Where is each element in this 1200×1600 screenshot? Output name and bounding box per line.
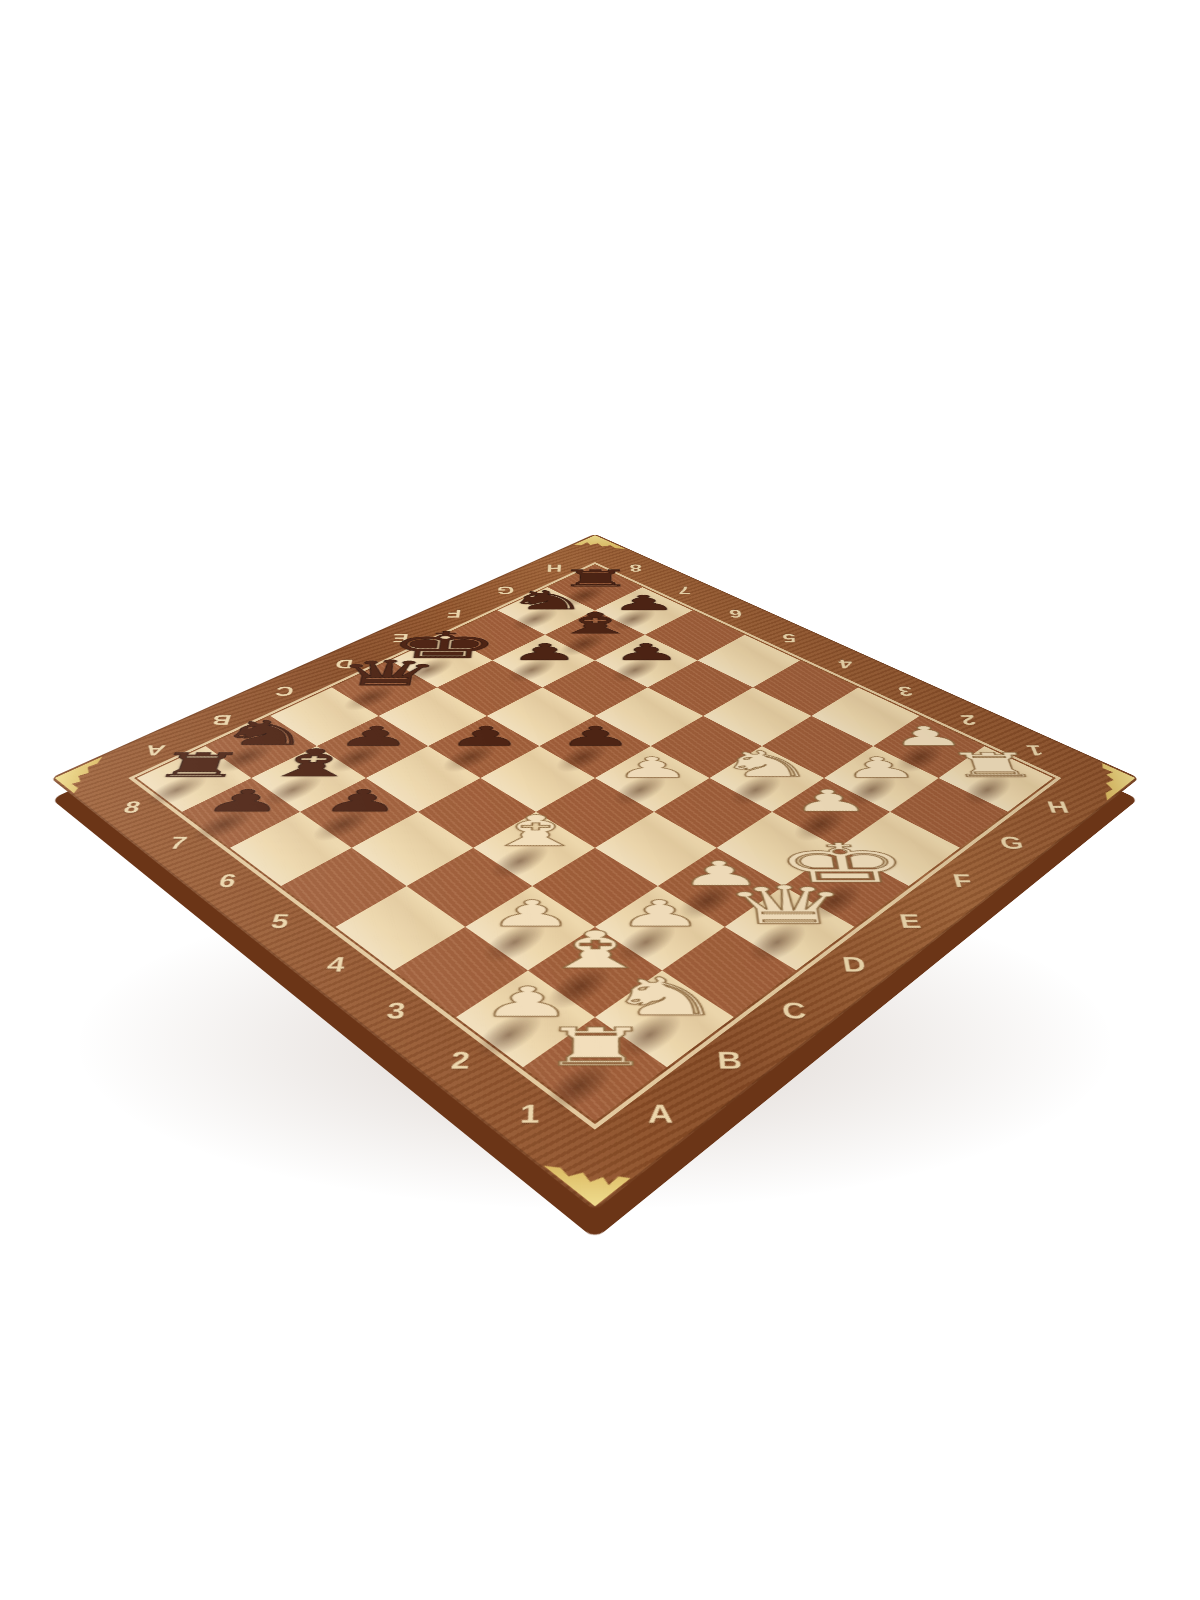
black-bishop-icon: ♝	[217, 744, 404, 782]
rank-label-3: 3	[877, 671, 934, 711]
chess-board: ABCDEFGH ABCDEFGH 87654321 87654321 ♜♞♟♝…	[51, 534, 1140, 1211]
black-pawn-icon: ♟	[566, 641, 728, 664]
rank-label-5: 5	[765, 620, 815, 656]
white-rook-icon: ♜	[898, 749, 1088, 782]
black-queen-icon: ♛	[301, 656, 471, 691]
black-bishop-icon: ♝	[516, 609, 673, 638]
black-pawn-icon: ♟	[507, 723, 682, 750]
rank-label-4: 4	[820, 645, 873, 682]
